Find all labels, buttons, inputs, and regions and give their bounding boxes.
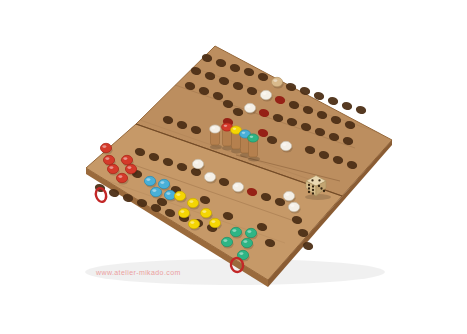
peg-yellow[interactable] bbox=[178, 208, 189, 217]
peg-highlight bbox=[242, 132, 246, 134]
peg-white[interactable] bbox=[232, 182, 243, 191]
peg-highlight bbox=[166, 192, 170, 195]
die-shadow bbox=[305, 194, 331, 200]
peg-highlight bbox=[127, 166, 131, 169]
peg-highlight bbox=[262, 92, 266, 95]
peg-green[interactable] bbox=[241, 238, 252, 247]
peg-white[interactable] bbox=[283, 191, 294, 200]
peg-highlight bbox=[273, 79, 277, 82]
die-pip bbox=[312, 192, 314, 194]
peg-highlight bbox=[176, 193, 180, 196]
die-pip bbox=[311, 179, 313, 181]
standing-peg-white[interactable] bbox=[210, 125, 221, 133]
peg-highlight bbox=[290, 204, 294, 207]
peg-highlight bbox=[247, 230, 251, 233]
peg-highlight bbox=[223, 239, 227, 242]
peg-white[interactable] bbox=[192, 159, 203, 168]
peg-white[interactable] bbox=[244, 103, 255, 112]
peg-highlight bbox=[212, 127, 216, 129]
peg-red[interactable] bbox=[103, 155, 114, 164]
peg-blue[interactable] bbox=[158, 179, 169, 188]
die-pip bbox=[323, 190, 325, 192]
watermark-url: www.atelier-mikado.com bbox=[96, 269, 181, 276]
peg-white[interactable] bbox=[260, 90, 271, 99]
peg-blue[interactable] bbox=[150, 187, 161, 196]
peg-highlight bbox=[243, 240, 247, 243]
photo-canvas: www.atelier-mikado.com bbox=[0, 0, 467, 334]
hole[interactable] bbox=[355, 105, 367, 115]
peg-green[interactable] bbox=[230, 227, 241, 236]
peg-red[interactable] bbox=[116, 173, 127, 182]
peg-highlight bbox=[109, 166, 113, 169]
peg-highlight bbox=[160, 181, 164, 184]
die-pip bbox=[308, 191, 310, 193]
peg-blue[interactable] bbox=[144, 176, 155, 185]
standing-peg-green[interactable] bbox=[248, 134, 259, 142]
peg-red[interactable] bbox=[125, 164, 136, 173]
peg-red[interactable] bbox=[121, 155, 132, 164]
peg-highlight bbox=[206, 174, 210, 177]
peg-highlight bbox=[285, 193, 289, 196]
peg-highlight bbox=[152, 189, 156, 192]
peg-highlight bbox=[118, 175, 122, 178]
peg-highlight bbox=[105, 157, 109, 160]
hole[interactable] bbox=[327, 96, 339, 106]
peg-highlight bbox=[146, 178, 150, 181]
peg-highlight bbox=[233, 128, 237, 130]
peg-highlight bbox=[194, 161, 198, 164]
peg-highlight bbox=[211, 220, 215, 223]
peg-highlight bbox=[232, 229, 236, 232]
die-pip bbox=[320, 187, 322, 189]
board-photo-scene bbox=[0, 0, 467, 334]
peg-red[interactable] bbox=[107, 164, 118, 173]
peg-highlight bbox=[234, 184, 238, 187]
peg-yellow[interactable] bbox=[200, 208, 211, 217]
peg-yellow[interactable] bbox=[209, 218, 220, 227]
die-pip bbox=[318, 185, 320, 187]
peg-highlight bbox=[282, 143, 286, 146]
peg-highlight bbox=[180, 210, 184, 213]
die-pip bbox=[308, 187, 310, 189]
peg-white[interactable] bbox=[204, 172, 215, 181]
peg-highlight bbox=[190, 221, 194, 224]
peg-green[interactable] bbox=[245, 228, 256, 237]
peg-highlight bbox=[224, 125, 228, 127]
peg-natural[interactable] bbox=[271, 77, 282, 86]
clasp-hook bbox=[94, 187, 107, 203]
peg-highlight bbox=[202, 210, 206, 213]
peg-highlight bbox=[246, 105, 250, 108]
peg-highlight bbox=[102, 145, 106, 148]
die-pip bbox=[308, 184, 310, 186]
peg-highlight bbox=[189, 200, 193, 203]
die-pip bbox=[312, 189, 314, 191]
peg-yellow[interactable] bbox=[174, 191, 185, 200]
peg-green[interactable] bbox=[221, 237, 232, 246]
die-pip bbox=[312, 185, 314, 187]
peg-highlight bbox=[250, 136, 254, 138]
die-pip bbox=[318, 179, 320, 181]
hole[interactable] bbox=[341, 101, 353, 111]
peg-highlight bbox=[123, 157, 127, 160]
peg-white[interactable] bbox=[288, 202, 299, 211]
peg-white[interactable] bbox=[280, 141, 291, 150]
peg-yellow[interactable] bbox=[188, 219, 199, 228]
peg-blue[interactable] bbox=[164, 190, 175, 199]
peg-yellow[interactable] bbox=[187, 198, 198, 207]
peg-highlight bbox=[239, 252, 243, 255]
peg-red[interactable] bbox=[100, 143, 111, 152]
